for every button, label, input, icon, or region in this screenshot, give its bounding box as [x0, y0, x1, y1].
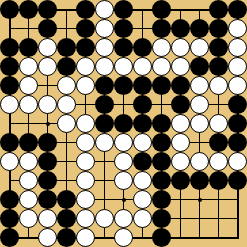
- intersection-2-2[interactable]: [19, 19, 38, 38]
- intersection-10-12[interactable]: [209, 171, 228, 190]
- black-stone: [152, 76, 171, 95]
- white-stone: [76, 114, 95, 133]
- black-stone: [19, 38, 38, 57]
- white-stone: [152, 57, 171, 76]
- intersection-12-12[interactable]: [209, 209, 228, 228]
- intersection-2-7[interactable]: [114, 19, 133, 38]
- white-stone: [133, 171, 152, 190]
- white-stone: [228, 76, 247, 95]
- intersection-12-1[interactable]: [0, 209, 19, 228]
- intersection-4-6[interactable]: [95, 57, 114, 76]
- white-stone: [152, 38, 171, 57]
- intersection-2-8[interactable]: [133, 19, 152, 38]
- intersection-13-3[interactable]: [38, 228, 57, 247]
- intersection-12-8[interactable]: [133, 209, 152, 228]
- intersection-6-5[interactable]: [76, 95, 95, 114]
- intersection-6-10[interactable]: [171, 95, 190, 114]
- intersection-4-9[interactable]: [152, 57, 171, 76]
- intersection-9-12[interactable]: [209, 152, 228, 171]
- intersection-4-2[interactable]: [19, 57, 38, 76]
- black-stone: [209, 57, 228, 76]
- intersection-9-7[interactable]: [114, 152, 133, 171]
- white-stone: [57, 76, 76, 95]
- black-stone: [152, 114, 171, 133]
- intersection-13-5[interactable]: [76, 228, 95, 247]
- black-stone: [76, 0, 95, 19]
- white-stone: [133, 57, 152, 76]
- intersection-10-10[interactable]: [171, 171, 190, 190]
- black-stone: [133, 38, 152, 57]
- white-stone: [0, 152, 19, 171]
- intersection-1-13[interactable]: [228, 0, 247, 19]
- intersection-13-8[interactable]: [133, 228, 152, 247]
- intersection-10-4[interactable]: [57, 171, 76, 190]
- intersection-4-3[interactable]: [38, 57, 57, 76]
- intersection-1-3[interactable]: [38, 0, 57, 19]
- intersection-1-11[interactable]: [190, 0, 209, 19]
- intersection-5-6[interactable]: [95, 76, 114, 95]
- intersection-2-5[interactable]: [76, 19, 95, 38]
- intersection-3-1[interactable]: [0, 38, 19, 57]
- intersection-11-11[interactable]: [190, 190, 209, 209]
- white-stone: [95, 0, 114, 19]
- intersection-6-7[interactable]: [114, 95, 133, 114]
- black-stone: [0, 0, 19, 19]
- white-stone: [171, 114, 190, 133]
- intersection-7-11[interactable]: [190, 114, 209, 133]
- intersection-4-10[interactable]: [171, 57, 190, 76]
- intersection-8-9[interactable]: [152, 133, 171, 152]
- intersection-2-6[interactable]: [95, 19, 114, 38]
- white-stone: [76, 133, 95, 152]
- black-stone: [171, 76, 190, 95]
- black-stone: [152, 228, 171, 247]
- white-stone: [133, 133, 152, 152]
- intersection-9-4[interactable]: [57, 152, 76, 171]
- intersection-8-1[interactable]: [0, 133, 19, 152]
- black-stone: [209, 0, 228, 19]
- white-stone: [114, 152, 133, 171]
- intersection-10-7[interactable]: [114, 171, 133, 190]
- black-stone: [114, 38, 133, 57]
- white-stone: [38, 209, 57, 228]
- intersection-1-10[interactable]: [171, 0, 190, 19]
- intersection-13-7[interactable]: [114, 228, 133, 247]
- black-stone: [0, 209, 19, 228]
- intersection-8-6[interactable]: [95, 133, 114, 152]
- black-stone: [152, 171, 171, 190]
- intersection-13-13[interactable]: [228, 228, 247, 247]
- white-stone: [133, 209, 152, 228]
- black-stone: [152, 190, 171, 209]
- black-stone: [38, 19, 57, 38]
- intersection-1-2[interactable]: [19, 0, 38, 19]
- intersection-1-1[interactable]: [0, 0, 19, 19]
- black-stone: [190, 19, 209, 38]
- black-stone: [133, 114, 152, 133]
- intersection-5-9[interactable]: [152, 76, 171, 95]
- black-stone: [57, 209, 76, 228]
- intersection-1-8[interactable]: [133, 0, 152, 19]
- black-stone: [95, 114, 114, 133]
- intersection-5-13[interactable]: [228, 76, 247, 95]
- intersection-10-8[interactable]: [133, 171, 152, 190]
- white-stone: [57, 95, 76, 114]
- white-stone: [76, 57, 95, 76]
- intersection-11-12[interactable]: [209, 190, 228, 209]
- intersection-3-2[interactable]: [19, 38, 38, 57]
- intersection-5-1[interactable]: [0, 76, 19, 95]
- white-stone: [228, 152, 247, 171]
- black-stone: [0, 228, 19, 247]
- intersection-12-11[interactable]: [190, 209, 209, 228]
- intersection-7-1[interactable]: [0, 114, 19, 133]
- black-stone: [38, 152, 57, 171]
- intersection-2-9[interactable]: [152, 19, 171, 38]
- black-stone: [152, 209, 171, 228]
- intersection-12-7[interactable]: [114, 209, 133, 228]
- intersection-3-9[interactable]: [152, 38, 171, 57]
- intersection-4-13[interactable]: [228, 57, 247, 76]
- white-stone: [38, 95, 57, 114]
- black-stone: [57, 57, 76, 76]
- black-stone: [114, 0, 133, 19]
- intersection-6-12[interactable]: [209, 95, 228, 114]
- black-stone: [0, 133, 19, 152]
- white-stone: [190, 38, 209, 57]
- intersection-7-13[interactable]: [228, 114, 247, 133]
- intersection-12-9[interactable]: [152, 209, 171, 228]
- intersection-7-4[interactable]: [57, 114, 76, 133]
- black-stone: [190, 171, 209, 190]
- black-stone: [57, 190, 76, 209]
- black-stone: [190, 57, 209, 76]
- intersection-11-10[interactable]: [171, 190, 190, 209]
- intersection-8-13[interactable]: [228, 133, 247, 152]
- white-stone: [19, 171, 38, 190]
- intersection-13-1[interactable]: [0, 228, 19, 247]
- intersection-9-11[interactable]: [190, 152, 209, 171]
- white-stone: [76, 190, 95, 209]
- intersection-3-3[interactable]: [38, 38, 57, 57]
- intersection-9-13[interactable]: [228, 152, 247, 171]
- white-stone: [38, 57, 57, 76]
- intersection-2-1[interactable]: [0, 19, 19, 38]
- black-stone: [76, 38, 95, 57]
- intersection-6-4[interactable]: [57, 95, 76, 114]
- intersection-7-10[interactable]: [171, 114, 190, 133]
- white-stone: [76, 209, 95, 228]
- intersection-6-1[interactable]: [0, 95, 19, 114]
- intersection-1-4[interactable]: [57, 0, 76, 19]
- white-stone: [209, 114, 228, 133]
- intersection-5-2[interactable]: [19, 76, 38, 95]
- intersection-13-11[interactable]: [190, 228, 209, 247]
- white-stone: [114, 57, 133, 76]
- intersection-12-5[interactable]: [76, 209, 95, 228]
- black-stone: [19, 0, 38, 19]
- intersection-5-12[interactable]: [209, 76, 228, 95]
- intersection-5-7[interactable]: [114, 76, 133, 95]
- intersection-2-13[interactable]: [228, 19, 247, 38]
- black-stone: [133, 95, 152, 114]
- intersection-10-5[interactable]: [76, 171, 95, 190]
- intersection-4-1[interactable]: [0, 57, 19, 76]
- intersection-7-3[interactable]: [38, 114, 57, 133]
- black-stone: [209, 171, 228, 190]
- white-stone: [133, 190, 152, 209]
- intersection-4-11[interactable]: [190, 57, 209, 76]
- intersection-8-5[interactable]: [76, 133, 95, 152]
- white-stone: [19, 95, 38, 114]
- intersection-10-11[interactable]: [190, 171, 209, 190]
- black-stone: [114, 19, 133, 38]
- black-stone: [228, 114, 247, 133]
- intersection-9-9[interactable]: [152, 152, 171, 171]
- intersection-8-12[interactable]: [209, 133, 228, 152]
- white-stone: [114, 209, 133, 228]
- white-stone: [95, 209, 114, 228]
- black-stone: [19, 133, 38, 152]
- white-stone: [114, 228, 133, 247]
- white-stone: [76, 171, 95, 190]
- intersection-11-13[interactable]: [228, 190, 247, 209]
- intersection-7-6[interactable]: [95, 114, 114, 133]
- white-stone: [171, 152, 190, 171]
- white-stone: [190, 95, 209, 114]
- intersection-7-5[interactable]: [76, 114, 95, 133]
- white-stone: [19, 152, 38, 171]
- intersection-7-8[interactable]: [133, 114, 152, 133]
- black-stone: [95, 95, 114, 114]
- white-stone: [114, 171, 133, 190]
- intersection-2-10[interactable]: [171, 19, 190, 38]
- white-stone: [190, 152, 209, 171]
- intersection-10-3[interactable]: [38, 171, 57, 190]
- intersection-7-12[interactable]: [209, 114, 228, 133]
- intersection-3-11[interactable]: [190, 38, 209, 57]
- intersection-8-2[interactable]: [19, 133, 38, 152]
- intersection-3-12[interactable]: [209, 38, 228, 57]
- white-stone: [209, 76, 228, 95]
- intersection-13-9[interactable]: [152, 228, 171, 247]
- intersection-3-10[interactable]: [171, 38, 190, 57]
- intersection-13-2[interactable]: [19, 228, 38, 247]
- intersection-11-3[interactable]: [38, 190, 57, 209]
- white-stone: [19, 76, 38, 95]
- white-stone: [95, 19, 114, 38]
- intersection-9-6[interactable]: [95, 152, 114, 171]
- intersection-11-9[interactable]: [152, 190, 171, 209]
- intersection-9-8[interactable]: [133, 152, 152, 171]
- intersection-4-8[interactable]: [133, 57, 152, 76]
- intersection-6-13[interactable]: [228, 95, 247, 114]
- intersection-11-7[interactable]: [114, 190, 133, 209]
- black-stone: [228, 171, 247, 190]
- intersection-11-4[interactable]: [57, 190, 76, 209]
- intersection-4-7[interactable]: [114, 57, 133, 76]
- intersection-6-8[interactable]: [133, 95, 152, 114]
- white-stone: [228, 57, 247, 76]
- intersection-13-6[interactable]: [95, 228, 114, 247]
- intersection-3-4[interactable]: [57, 38, 76, 57]
- intersection-1-6[interactable]: [95, 0, 114, 19]
- intersection-4-12[interactable]: [209, 57, 228, 76]
- black-stone: [0, 38, 19, 57]
- intersection-11-8[interactable]: [133, 190, 152, 209]
- black-stone: [209, 133, 228, 152]
- intersection-3-6[interactable]: [95, 38, 114, 57]
- intersection-3-5[interactable]: [76, 38, 95, 57]
- intersection-3-7[interactable]: [114, 38, 133, 57]
- black-stone: [76, 19, 95, 38]
- black-stone: [133, 76, 152, 95]
- intersection-4-4[interactable]: [57, 57, 76, 76]
- intersection-7-9[interactable]: [152, 114, 171, 133]
- intersection-4-5[interactable]: [76, 57, 95, 76]
- white-stone: [19, 209, 38, 228]
- black-stone: [228, 0, 247, 19]
- white-stone: [19, 190, 38, 209]
- intersection-6-9[interactable]: [152, 95, 171, 114]
- black-stone: [0, 190, 19, 209]
- intersection-1-5[interactable]: [76, 0, 95, 19]
- intersection-2-12[interactable]: [209, 19, 228, 38]
- intersection-5-3[interactable]: [38, 76, 57, 95]
- intersection-13-12[interactable]: [209, 228, 228, 247]
- intersection-1-9[interactable]: [152, 0, 171, 19]
- intersection-6-11[interactable]: [190, 95, 209, 114]
- intersection-10-1[interactable]: [0, 171, 19, 190]
- intersection-6-2[interactable]: [19, 95, 38, 114]
- black-stone: [133, 152, 152, 171]
- intersection-8-8[interactable]: [133, 133, 152, 152]
- intersection-11-1[interactable]: [0, 190, 19, 209]
- intersection-11-5[interactable]: [76, 190, 95, 209]
- intersection-8-10[interactable]: [171, 133, 190, 152]
- intersection-5-4[interactable]: [57, 76, 76, 95]
- intersection-12-6[interactable]: [95, 209, 114, 228]
- black-stone: [57, 228, 76, 247]
- black-stone: [171, 19, 190, 38]
- white-stone: [114, 133, 133, 152]
- intersection-3-13[interactable]: [228, 38, 247, 57]
- white-stone: [171, 38, 190, 57]
- white-stone: [95, 57, 114, 76]
- black-stone: [171, 95, 190, 114]
- white-stone: [0, 95, 19, 114]
- intersection-8-4[interactable]: [57, 133, 76, 152]
- intersection-2-4[interactable]: [57, 19, 76, 38]
- intersection-10-13[interactable]: [228, 171, 247, 190]
- black-stone: [38, 190, 57, 209]
- white-stone: [228, 19, 247, 38]
- black-stone: [209, 19, 228, 38]
- intersection-13-4[interactable]: [57, 228, 76, 247]
- intersection-1-12[interactable]: [209, 0, 228, 19]
- intersection-5-5[interactable]: [76, 76, 95, 95]
- go-board: [0, 0, 247, 247]
- black-stone: [95, 76, 114, 95]
- intersection-9-5[interactable]: [76, 152, 95, 171]
- intersection-2-3[interactable]: [38, 19, 57, 38]
- intersection-12-3[interactable]: [38, 209, 57, 228]
- intersection-11-6[interactable]: [95, 190, 114, 209]
- intersection-5-10[interactable]: [171, 76, 190, 95]
- intersection-12-10[interactable]: [171, 209, 190, 228]
- intersection-10-6[interactable]: [95, 171, 114, 190]
- white-stone: [209, 152, 228, 171]
- intersection-6-6[interactable]: [95, 95, 114, 114]
- board-intersections: [0, 0, 247, 247]
- black-stone: [228, 133, 247, 152]
- intersection-9-1[interactable]: [0, 152, 19, 171]
- white-stone: [19, 57, 38, 76]
- intersection-9-2[interactable]: [19, 152, 38, 171]
- white-stone: [95, 133, 114, 152]
- intersection-1-7[interactable]: [114, 0, 133, 19]
- intersection-13-10[interactable]: [171, 228, 190, 247]
- intersection-7-7[interactable]: [114, 114, 133, 133]
- intersection-8-7[interactable]: [114, 133, 133, 152]
- black-stone: [114, 114, 133, 133]
- intersection-12-4[interactable]: [57, 209, 76, 228]
- black-stone: [228, 95, 247, 114]
- white-stone: [95, 38, 114, 57]
- black-stone: [171, 171, 190, 190]
- intersection-9-3[interactable]: [38, 152, 57, 171]
- black-stone: [114, 76, 133, 95]
- white-stone: [38, 228, 57, 247]
- intersection-5-11[interactable]: [190, 76, 209, 95]
- intersection-2-11[interactable]: [190, 19, 209, 38]
- black-stone: [152, 133, 171, 152]
- white-stone: [190, 76, 209, 95]
- black-stone: [152, 0, 171, 19]
- intersection-12-13[interactable]: [228, 209, 247, 228]
- white-stone: [76, 76, 95, 95]
- intersection-10-9[interactable]: [152, 171, 171, 190]
- black-stone: [57, 38, 76, 57]
- intersection-8-3[interactable]: [38, 133, 57, 152]
- black-stone: [38, 133, 57, 152]
- white-stone: [228, 38, 247, 57]
- intersection-6-3[interactable]: [38, 95, 57, 114]
- black-stone: [38, 0, 57, 19]
- intersection-3-8[interactable]: [133, 38, 152, 57]
- black-stone: [0, 76, 19, 95]
- black-stone: [38, 171, 57, 190]
- white-stone: [190, 114, 209, 133]
- white-stone: [76, 228, 95, 247]
- white-stone: [76, 152, 95, 171]
- white-stone: [57, 114, 76, 133]
- black-stone: [0, 57, 19, 76]
- white-stone: [171, 133, 190, 152]
- intersection-12-2[interactable]: [19, 209, 38, 228]
- black-stone: [209, 38, 228, 57]
- intersection-11-2[interactable]: [19, 190, 38, 209]
- black-stone: [152, 19, 171, 38]
- intersection-10-2[interactable]: [19, 171, 38, 190]
- intersection-8-11[interactable]: [190, 133, 209, 152]
- white-stone: [38, 38, 57, 57]
- white-stone: [171, 57, 190, 76]
- intersection-9-10[interactable]: [171, 152, 190, 171]
- black-stone: [152, 152, 171, 171]
- intersection-7-2[interactable]: [19, 114, 38, 133]
- intersection-5-8[interactable]: [133, 76, 152, 95]
